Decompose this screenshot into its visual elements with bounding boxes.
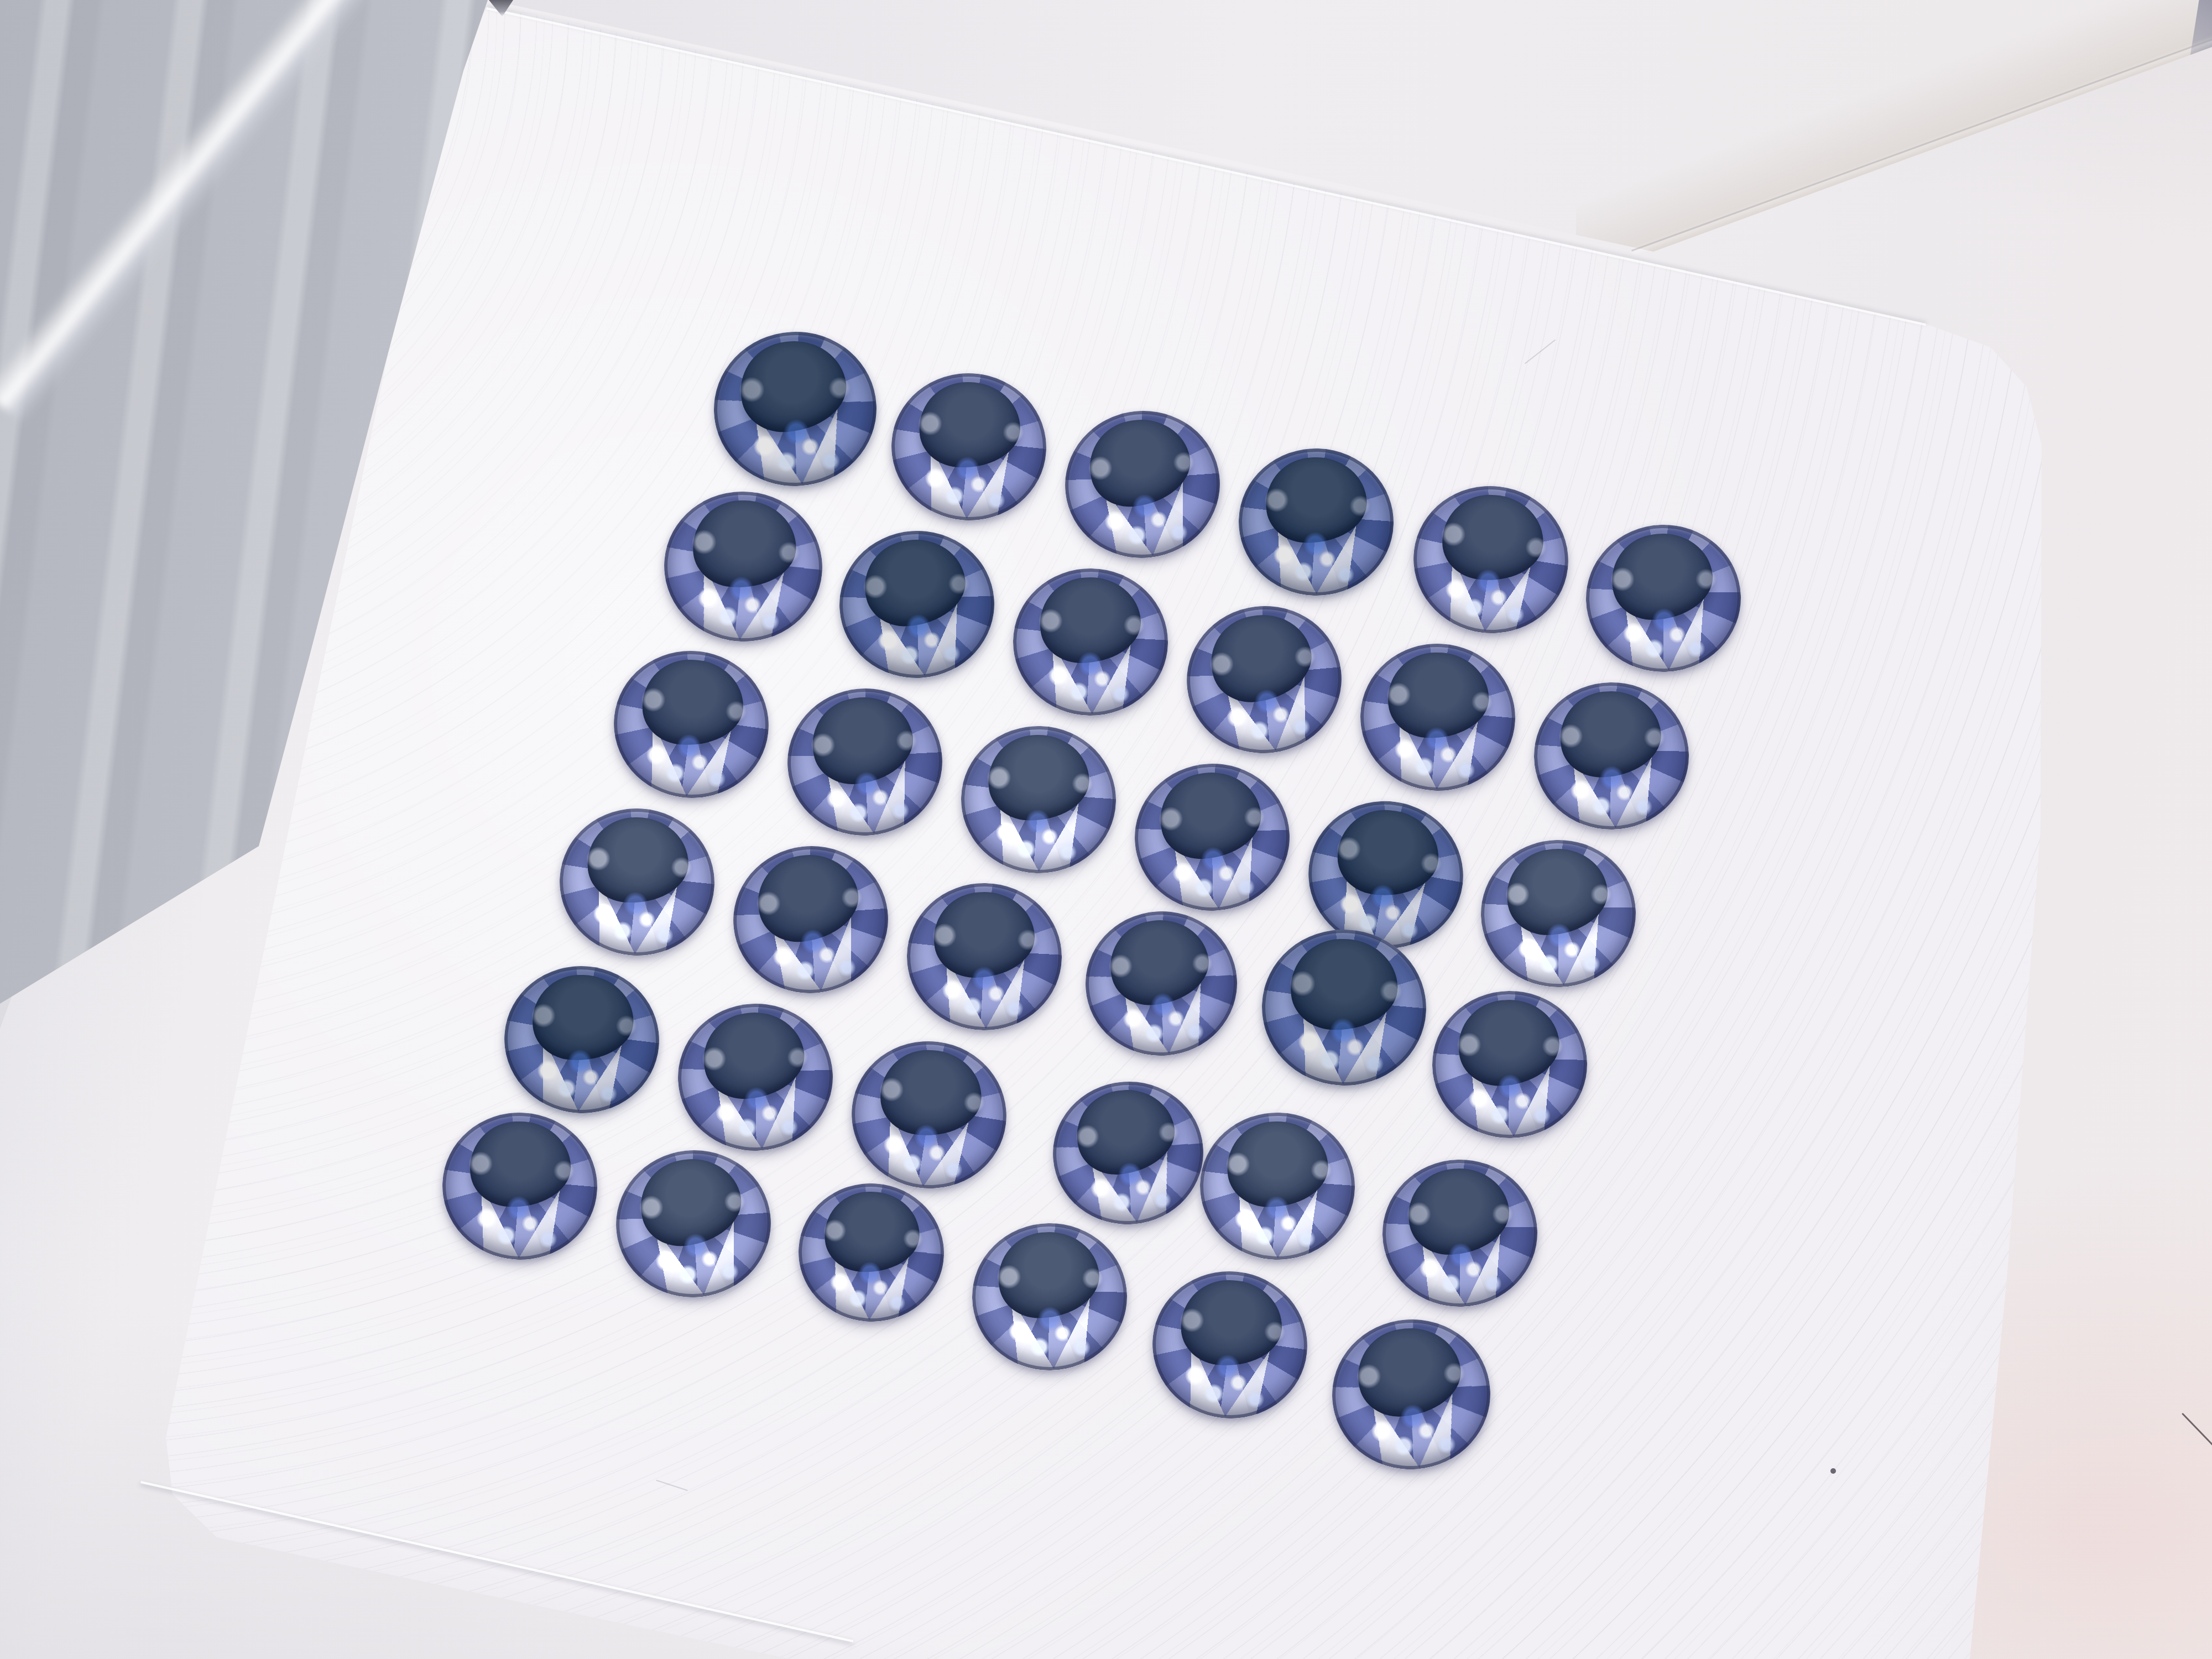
dust-speck — [1830, 1468, 1836, 1474]
gem-tray-photo — [0, 0, 2212, 1659]
